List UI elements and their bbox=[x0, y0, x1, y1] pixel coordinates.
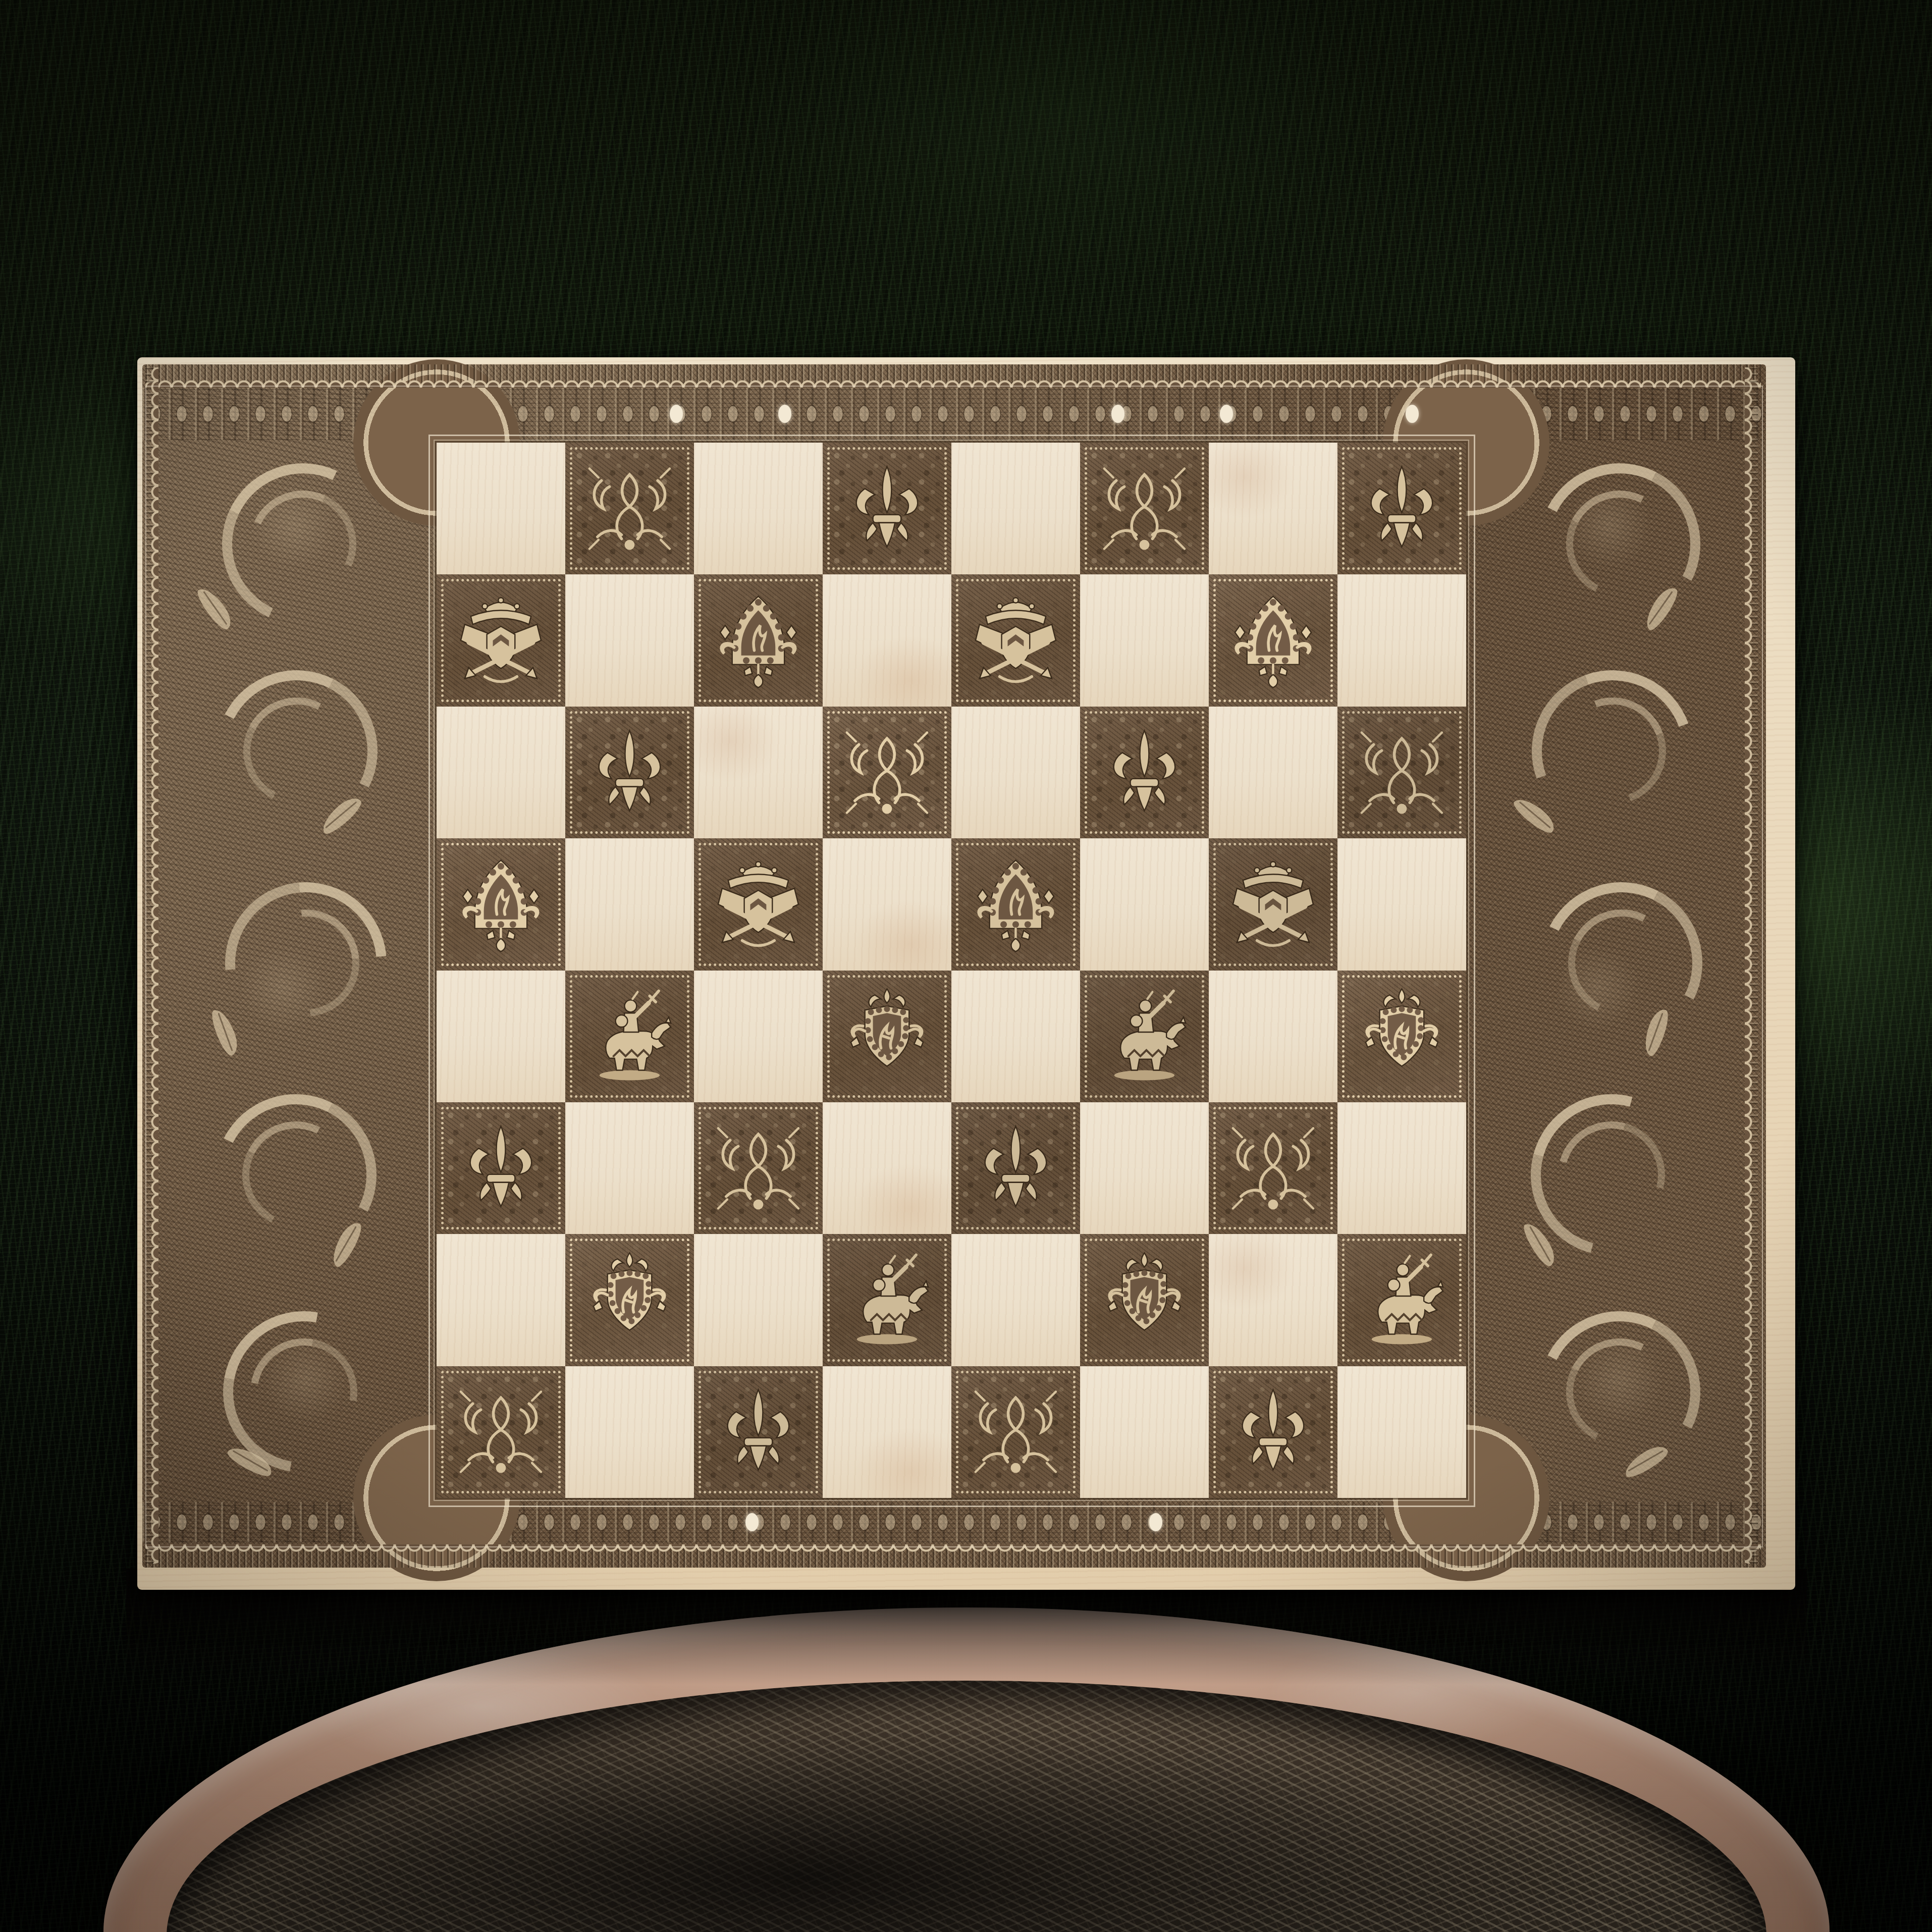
knight-emblem bbox=[579, 985, 680, 1088]
shield-emblem bbox=[1094, 1249, 1195, 1352]
fleur-emblem bbox=[1223, 1380, 1323, 1483]
shield-emblem bbox=[579, 1249, 680, 1352]
crest-emblem bbox=[451, 589, 551, 692]
lace-edging-right bbox=[1745, 367, 1758, 1564]
square-b3 bbox=[565, 1102, 694, 1234]
pendant-emblem bbox=[965, 853, 1066, 956]
square-f3 bbox=[1080, 1102, 1209, 1234]
acanthus-panel-left bbox=[155, 388, 433, 1542]
damask-emblem bbox=[837, 721, 937, 824]
square-a1 bbox=[437, 1366, 565, 1498]
square-h2 bbox=[1337, 1234, 1466, 1366]
damask-emblem bbox=[579, 457, 680, 560]
acanthus-scroll bbox=[194, 1073, 397, 1276]
square-g3 bbox=[1209, 1102, 1337, 1234]
inlay-dot bbox=[1111, 405, 1124, 423]
crest-emblem bbox=[708, 853, 809, 956]
photo bbox=[0, 0, 1932, 1932]
square-b1 bbox=[565, 1366, 694, 1498]
damask-emblem bbox=[708, 1117, 809, 1220]
inlay-dot bbox=[670, 405, 683, 423]
fleur-emblem bbox=[1352, 457, 1452, 560]
square-f5 bbox=[1080, 838, 1209, 970]
square-d7 bbox=[823, 574, 951, 706]
square-c5 bbox=[694, 838, 823, 970]
square-c3 bbox=[694, 1102, 823, 1234]
square-d3 bbox=[823, 1102, 951, 1234]
square-a6 bbox=[437, 707, 565, 838]
square-f2 bbox=[1080, 1234, 1209, 1366]
square-e2 bbox=[951, 1234, 1080, 1366]
square-d2 bbox=[823, 1234, 951, 1366]
fleur-emblem bbox=[965, 1117, 1066, 1220]
square-h4 bbox=[1337, 971, 1466, 1102]
square-f8 bbox=[1080, 443, 1209, 574]
square-h5 bbox=[1337, 838, 1466, 970]
square-f1 bbox=[1080, 1366, 1209, 1498]
square-e1 bbox=[951, 1366, 1080, 1498]
square-c6 bbox=[694, 707, 823, 838]
square-g7 bbox=[1209, 574, 1337, 706]
square-f6 bbox=[1080, 707, 1209, 838]
acanthus-scroll bbox=[1518, 1290, 1721, 1493]
inlay-dot bbox=[1149, 1513, 1162, 1531]
fleur-emblem bbox=[579, 721, 680, 824]
damask-emblem bbox=[1223, 1117, 1323, 1220]
square-d4 bbox=[823, 971, 951, 1102]
square-h6 bbox=[1337, 707, 1466, 838]
square-a5 bbox=[437, 838, 565, 970]
inlay-dot bbox=[1406, 405, 1419, 423]
square-h3 bbox=[1337, 1102, 1466, 1234]
square-a7 bbox=[437, 574, 565, 706]
square-a2 bbox=[437, 1234, 565, 1366]
damask-emblem bbox=[451, 1380, 551, 1483]
acanthus-leaf bbox=[194, 583, 236, 633]
shield-emblem bbox=[837, 985, 937, 1088]
inlay-dot bbox=[745, 1513, 759, 1531]
square-d8 bbox=[823, 443, 951, 574]
chessboard bbox=[137, 357, 1795, 1590]
square-f4 bbox=[1080, 971, 1209, 1102]
square-g4 bbox=[1209, 971, 1337, 1102]
square-e6 bbox=[951, 707, 1080, 838]
fleur-emblem bbox=[451, 1117, 551, 1220]
pendant-emblem bbox=[1223, 589, 1323, 692]
knight-emblem bbox=[837, 1249, 937, 1352]
square-g8 bbox=[1209, 443, 1337, 574]
acanthus-scroll bbox=[195, 649, 398, 852]
square-a3 bbox=[437, 1102, 565, 1234]
square-c4 bbox=[694, 971, 823, 1102]
acanthus-scroll bbox=[1520, 861, 1723, 1064]
square-b5 bbox=[565, 838, 694, 970]
square-e5 bbox=[951, 838, 1080, 970]
lace-edging-left bbox=[145, 367, 158, 1564]
fleur-emblem bbox=[1094, 721, 1195, 824]
inlay-dot bbox=[778, 405, 791, 423]
square-d6 bbox=[823, 707, 951, 838]
square-d1 bbox=[823, 1366, 951, 1498]
inlay-dot bbox=[1220, 405, 1233, 423]
acanthus-leaf bbox=[209, 1006, 242, 1058]
square-c2 bbox=[694, 1234, 823, 1366]
fleur-emblem bbox=[708, 1380, 809, 1483]
acanthus-panel-right bbox=[1470, 388, 1747, 1542]
board-grid bbox=[437, 443, 1466, 1498]
square-h7 bbox=[1337, 574, 1466, 706]
damask-emblem bbox=[965, 1380, 1066, 1483]
acanthus-scroll bbox=[1501, 1064, 1722, 1285]
square-c1 bbox=[694, 1366, 823, 1498]
square-h1 bbox=[1337, 1366, 1466, 1498]
pendant-emblem bbox=[708, 589, 809, 692]
square-e7 bbox=[951, 574, 1080, 706]
square-b7 bbox=[565, 574, 694, 706]
lace-edging-top bbox=[145, 364, 1761, 388]
square-g2 bbox=[1209, 1234, 1337, 1366]
square-g6 bbox=[1209, 707, 1337, 838]
square-d5 bbox=[823, 838, 951, 970]
square-e8 bbox=[951, 443, 1080, 574]
knight-emblem bbox=[1352, 1249, 1452, 1352]
fleur-emblem bbox=[837, 457, 937, 560]
shield-emblem bbox=[1352, 985, 1452, 1088]
square-a8 bbox=[437, 443, 565, 574]
pendant-emblem bbox=[451, 853, 551, 956]
square-b4 bbox=[565, 971, 694, 1102]
knight-emblem bbox=[1094, 985, 1195, 1088]
crest-emblem bbox=[965, 589, 1066, 692]
square-c7 bbox=[694, 574, 823, 706]
damask-emblem bbox=[1094, 457, 1195, 560]
square-h8 bbox=[1337, 443, 1466, 574]
crest-emblem bbox=[1223, 853, 1323, 956]
square-f7 bbox=[1080, 574, 1209, 706]
acanthus-scroll bbox=[1518, 442, 1721, 646]
square-c8 bbox=[694, 443, 823, 574]
square-b2 bbox=[565, 1234, 694, 1366]
square-e3 bbox=[951, 1102, 1080, 1234]
square-e4 bbox=[951, 971, 1080, 1102]
damask-emblem bbox=[1352, 721, 1452, 824]
square-b8 bbox=[565, 443, 694, 574]
square-b6 bbox=[565, 707, 694, 838]
square-g5 bbox=[1209, 838, 1337, 970]
square-a4 bbox=[437, 971, 565, 1102]
lace-edging-bottom bbox=[145, 1544, 1761, 1568]
square-g1 bbox=[1209, 1366, 1337, 1498]
